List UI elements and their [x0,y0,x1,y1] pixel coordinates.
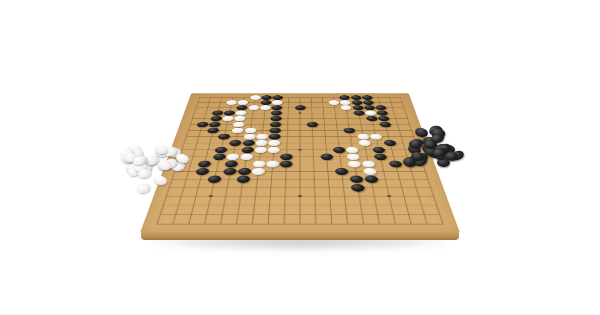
black-stone [350,95,361,100]
black-stone [270,122,282,127]
black-stone [320,153,333,160]
white-stone [120,152,135,164]
black-stone [376,111,388,116]
board-perspective-wrap [140,0,460,233]
black-stone [388,161,402,168]
white-stone [254,147,267,153]
board-front-edge [141,232,459,240]
white-stone [240,153,253,160]
black-stone [280,153,293,160]
star-point [209,195,213,197]
white-stone [357,134,370,140]
white-stone [341,105,352,110]
star-point [298,195,302,197]
go-board [140,93,460,233]
black-stone [339,95,350,100]
white-stone [272,100,283,105]
black-stone [295,105,306,110]
product-photo-scene [0,0,600,315]
black-stone [375,105,387,110]
white-stone [244,128,256,134]
black-stone [361,95,372,100]
black-stone [353,111,365,116]
black-stone [373,153,387,160]
white-stone [120,147,135,159]
white-stone [369,134,382,140]
white-stone [346,147,359,153]
black-stone [333,147,346,153]
black-stone [362,100,374,105]
star-point [298,112,301,113]
star-point [387,195,391,197]
white-stone [126,163,141,175]
white-stone [347,153,360,160]
black-stone [372,147,386,153]
white-stone [250,95,261,100]
white-stone [267,147,280,153]
white-stone [365,111,377,116]
black-stone [344,128,356,134]
black-stone [306,122,317,127]
black-stone [351,100,362,105]
black-stone [261,95,272,100]
star-point [298,149,301,151]
black-stone [364,105,376,110]
black-stone [379,122,392,127]
white-stone [329,100,340,105]
board-grid [140,93,460,233]
black-stone [260,100,271,105]
white-stone [340,100,351,105]
black-stone [351,184,366,192]
black-stone [272,95,283,100]
black-stone [352,105,364,110]
black-stone [241,147,254,153]
white-stone [123,153,137,163]
